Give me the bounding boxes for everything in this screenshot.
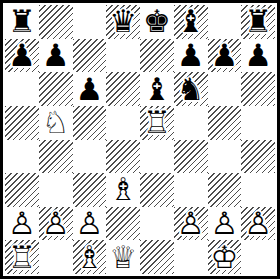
square-e3[interactable]	[140, 173, 174, 207]
square-a8[interactable]: ♜♜	[5, 5, 39, 39]
white-rook-icon-outline: ♖	[140, 106, 174, 140]
black-pawn-icon: ♟	[73, 72, 107, 106]
white-pawn-icon: ♟	[174, 207, 208, 241]
square-g2[interactable]: ♟♙	[208, 207, 242, 241]
square-e8[interactable]: ♚♚	[140, 5, 174, 39]
black-queen-icon: ♛	[106, 5, 140, 39]
black-knight-icon: ♞	[174, 72, 208, 106]
white-queen-icon: ♛	[106, 240, 140, 274]
white-knight-icon: ♞	[39, 106, 73, 140]
black-bishop-icon-outline: ♝	[140, 72, 174, 106]
black-king-icon-outline: ♚	[140, 5, 174, 39]
black-pawn-icon: ♟	[174, 39, 208, 73]
square-d8[interactable]: ♛♛	[106, 5, 140, 39]
square-e7[interactable]	[140, 39, 174, 73]
square-e1[interactable]	[140, 240, 174, 274]
white-knight-icon-outline: ♘	[39, 106, 73, 140]
black-bishop-icon: ♝	[174, 5, 208, 39]
square-g5[interactable]	[208, 106, 242, 140]
chess-diagram: ♜♜♛♛♚♚♝♝♜♜♟♟♟♟♟♟♟♟♟♟♟♟♝♝♞♞♞♘♜♖♝♗♟♙♟♙♟♙♟♙…	[0, 0, 280, 279]
square-h4[interactable]	[241, 140, 275, 174]
square-a7[interactable]: ♟♟	[5, 39, 39, 73]
square-e6[interactable]: ♝♝	[140, 72, 174, 106]
square-d7[interactable]	[106, 39, 140, 73]
square-g8[interactable]	[208, 5, 242, 39]
square-d5[interactable]	[106, 106, 140, 140]
square-c5[interactable]	[73, 106, 107, 140]
square-c3[interactable]	[73, 173, 107, 207]
square-h5[interactable]	[241, 106, 275, 140]
square-b5[interactable]: ♞♘	[39, 106, 73, 140]
square-f3[interactable]	[174, 173, 208, 207]
square-e2[interactable]	[140, 207, 174, 241]
white-pawn-icon: ♟	[208, 207, 242, 241]
black-rook-icon-outline: ♜	[241, 5, 275, 39]
square-a6[interactable]	[5, 72, 39, 106]
square-a4[interactable]	[5, 140, 39, 174]
white-bishop-icon-outline: ♗	[106, 173, 140, 207]
square-h2[interactable]: ♟♙	[241, 207, 275, 241]
square-e5[interactable]: ♜♖	[140, 106, 174, 140]
black-pawn-icon-outline: ♟	[241, 39, 275, 73]
white-rook-icon: ♜	[140, 106, 174, 140]
square-b3[interactable]	[39, 173, 73, 207]
square-c2[interactable]: ♟♙	[73, 207, 107, 241]
square-d1[interactable]: ♛♕	[106, 240, 140, 274]
black-queen-icon-outline: ♛	[106, 5, 140, 39]
square-a5[interactable]	[5, 106, 39, 140]
black-rook-icon: ♜	[241, 5, 275, 39]
square-h7[interactable]: ♟♟	[241, 39, 275, 73]
square-d4[interactable]	[106, 140, 140, 174]
white-bishop-icon: ♝	[106, 173, 140, 207]
black-pawn-icon-outline: ♟	[73, 72, 107, 106]
square-f1[interactable]	[174, 240, 208, 274]
black-pawn-icon: ♟	[208, 39, 242, 73]
square-h6[interactable]	[241, 72, 275, 106]
white-pawn-icon-outline: ♙	[241, 207, 275, 241]
black-pawn-icon-outline: ♟	[39, 39, 73, 73]
square-g1[interactable]: ♚♔	[208, 240, 242, 274]
square-f8[interactable]: ♝♝	[174, 5, 208, 39]
square-a1[interactable]: ♜♖	[5, 240, 39, 274]
white-bishop-icon: ♝	[73, 240, 107, 274]
square-c7[interactable]	[73, 39, 107, 73]
white-pawn-icon: ♟	[39, 207, 73, 241]
black-pawn-icon-outline: ♟	[208, 39, 242, 73]
white-pawn-icon: ♟	[73, 207, 107, 241]
white-queen-icon-outline: ♕	[106, 240, 140, 274]
square-g3[interactable]	[208, 173, 242, 207]
square-h3[interactable]	[241, 173, 275, 207]
square-e4[interactable]	[140, 140, 174, 174]
black-rook-icon-outline: ♜	[5, 5, 39, 39]
black-bishop-icon-outline: ♝	[174, 5, 208, 39]
black-pawn-icon: ♟	[5, 39, 39, 73]
square-f5[interactable]	[174, 106, 208, 140]
black-pawn-icon: ♟	[39, 39, 73, 73]
square-f2[interactable]: ♟♙	[174, 207, 208, 241]
white-pawn-icon: ♟	[241, 207, 275, 241]
square-g7[interactable]: ♟♟	[208, 39, 242, 73]
black-pawn-icon-outline: ♟	[5, 39, 39, 73]
black-knight-icon-outline: ♞	[174, 72, 208, 106]
square-c6[interactable]: ♟♟	[73, 72, 107, 106]
square-d2[interactable]	[106, 207, 140, 241]
square-c4[interactable]	[73, 140, 107, 174]
black-pawn-icon-outline: ♟	[174, 39, 208, 73]
square-a2[interactable]: ♟♙	[5, 207, 39, 241]
white-bishop-icon-outline: ♗	[73, 240, 107, 274]
square-f7[interactable]: ♟♟	[174, 39, 208, 73]
white-pawn-icon-outline: ♙	[208, 207, 242, 241]
black-king-icon: ♚	[140, 5, 174, 39]
square-d3[interactable]: ♝♗	[106, 173, 140, 207]
board: ♜♜♛♛♚♚♝♝♜♜♟♟♟♟♟♟♟♟♟♟♟♟♝♝♞♞♞♘♜♖♝♗♟♙♟♙♟♙♟♙…	[5, 5, 275, 274]
square-b8[interactable]	[39, 5, 73, 39]
square-c1[interactable]: ♝♗	[73, 240, 107, 274]
black-pawn-icon: ♟	[241, 39, 275, 73]
white-pawn-icon: ♟	[5, 207, 39, 241]
white-pawn-icon-outline: ♙	[39, 207, 73, 241]
square-b4[interactable]	[39, 140, 73, 174]
white-pawn-icon-outline: ♙	[73, 207, 107, 241]
black-bishop-icon: ♝	[140, 72, 174, 106]
white-king-icon-outline: ♔	[208, 240, 242, 274]
square-b2[interactable]: ♟♙	[39, 207, 73, 241]
square-h8[interactable]: ♜♜	[241, 5, 275, 39]
square-d6[interactable]	[106, 72, 140, 106]
square-g6[interactable]	[208, 72, 242, 106]
square-b7[interactable]: ♟♟	[39, 39, 73, 73]
square-f4[interactable]	[174, 140, 208, 174]
square-f6[interactable]: ♞♞	[174, 72, 208, 106]
square-b1[interactable]	[39, 240, 73, 274]
white-pawn-icon-outline: ♙	[174, 207, 208, 241]
square-c8[interactable]	[73, 5, 107, 39]
white-rook-icon-outline: ♖	[5, 240, 39, 274]
black-rook-icon: ♜	[5, 5, 39, 39]
white-rook-icon: ♜	[5, 240, 39, 274]
white-king-icon: ♚	[208, 240, 242, 274]
square-h1[interactable]	[241, 240, 275, 274]
square-b6[interactable]	[39, 72, 73, 106]
square-g4[interactable]	[208, 140, 242, 174]
white-pawn-icon-outline: ♙	[5, 207, 39, 241]
square-a3[interactable]	[5, 173, 39, 207]
